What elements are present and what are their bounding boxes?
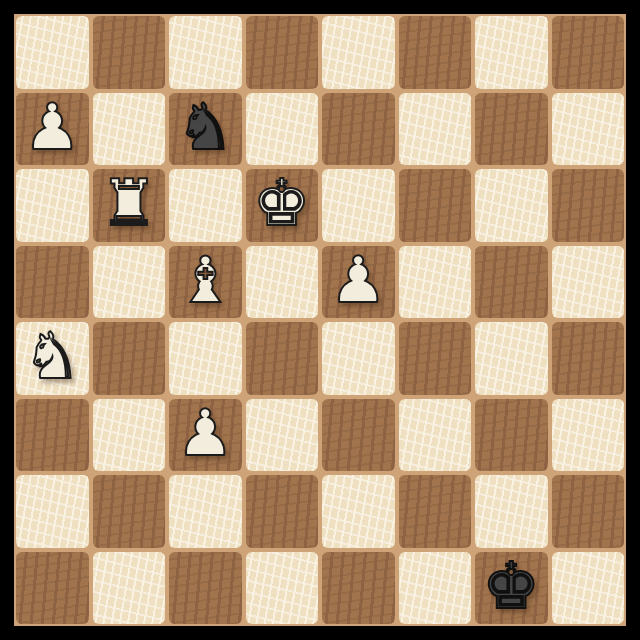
square-b8[interactable] — [91, 14, 168, 91]
square-d8[interactable] — [244, 14, 321, 91]
square-f5[interactable] — [397, 244, 474, 321]
square-h2[interactable] — [550, 473, 627, 550]
square-e2[interactable] — [320, 473, 397, 550]
square-d3[interactable] — [244, 397, 321, 474]
square-b5[interactable] — [91, 244, 168, 321]
square-h7[interactable] — [550, 91, 627, 168]
chess-board: ♟♞♜♚♝♟♞♟♚ — [14, 14, 626, 626]
piece-black-king[interactable]: ♚ — [483, 548, 540, 624]
piece-white-pawn[interactable]: ♟ — [177, 395, 234, 471]
square-a4[interactable]: ♞ — [14, 320, 91, 397]
square-h1[interactable] — [550, 550, 627, 627]
square-g7[interactable] — [473, 91, 550, 168]
square-c3[interactable]: ♟ — [167, 397, 244, 474]
square-h5[interactable] — [550, 244, 627, 321]
square-a1[interactable] — [14, 550, 91, 627]
square-g8[interactable] — [473, 14, 550, 91]
square-h8[interactable] — [550, 14, 627, 91]
square-f8[interactable] — [397, 14, 474, 91]
square-e5[interactable]: ♟ — [320, 244, 397, 321]
square-d2[interactable] — [244, 473, 321, 550]
square-b7[interactable] — [91, 91, 168, 168]
square-c6[interactable] — [167, 167, 244, 244]
piece-white-bishop[interactable]: ♝ — [177, 242, 234, 318]
square-f3[interactable] — [397, 397, 474, 474]
square-d1[interactable] — [244, 550, 321, 627]
square-g4[interactable] — [473, 320, 550, 397]
square-b6[interactable]: ♜ — [91, 167, 168, 244]
square-g2[interactable] — [473, 473, 550, 550]
square-e4[interactable] — [320, 320, 397, 397]
square-h3[interactable] — [550, 397, 627, 474]
square-d7[interactable] — [244, 91, 321, 168]
square-e7[interactable] — [320, 91, 397, 168]
piece-white-pawn[interactable]: ♟ — [24, 89, 81, 165]
square-f1[interactable] — [397, 550, 474, 627]
square-c8[interactable] — [167, 14, 244, 91]
square-c1[interactable] — [167, 550, 244, 627]
square-g3[interactable] — [473, 397, 550, 474]
piece-black-knight[interactable]: ♞ — [177, 89, 234, 165]
square-d6[interactable]: ♚ — [244, 167, 321, 244]
square-a5[interactable] — [14, 244, 91, 321]
square-a3[interactable] — [14, 397, 91, 474]
square-f7[interactable] — [397, 91, 474, 168]
square-b1[interactable] — [91, 550, 168, 627]
square-d4[interactable] — [244, 320, 321, 397]
square-h6[interactable] — [550, 167, 627, 244]
square-d5[interactable] — [244, 244, 321, 321]
square-e3[interactable] — [320, 397, 397, 474]
square-b4[interactable] — [91, 320, 168, 397]
square-e1[interactable] — [320, 550, 397, 627]
square-f4[interactable] — [397, 320, 474, 397]
square-c2[interactable] — [167, 473, 244, 550]
square-c7[interactable]: ♞ — [167, 91, 244, 168]
square-g1[interactable]: ♚ — [473, 550, 550, 627]
piece-white-knight[interactable]: ♞ — [24, 318, 81, 394]
square-c4[interactable] — [167, 320, 244, 397]
square-e8[interactable] — [320, 14, 397, 91]
square-f6[interactable] — [397, 167, 474, 244]
board-frame: ♟♞♜♚♝♟♞♟♚ — [0, 0, 640, 640]
square-e6[interactable] — [320, 167, 397, 244]
square-h4[interactable] — [550, 320, 627, 397]
square-b2[interactable] — [91, 473, 168, 550]
square-a7[interactable]: ♟ — [14, 91, 91, 168]
square-g6[interactable] — [473, 167, 550, 244]
square-f2[interactable] — [397, 473, 474, 550]
square-b3[interactable] — [91, 397, 168, 474]
piece-white-pawn[interactable]: ♟ — [330, 242, 387, 318]
piece-white-king[interactable]: ♚ — [253, 165, 310, 241]
square-c5[interactable]: ♝ — [167, 244, 244, 321]
square-a6[interactable] — [14, 167, 91, 244]
square-g5[interactable] — [473, 244, 550, 321]
piece-white-rook[interactable]: ♜ — [100, 165, 157, 241]
square-a2[interactable] — [14, 473, 91, 550]
square-a8[interactable] — [14, 14, 91, 91]
